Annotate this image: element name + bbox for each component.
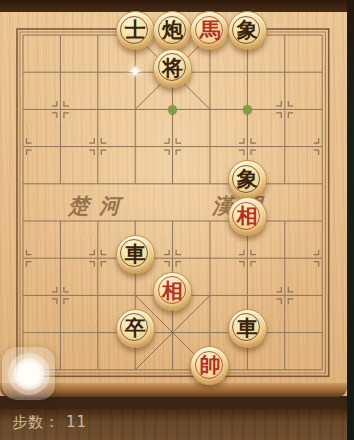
piece-character: 帥 [191,351,228,379]
assistive-touch-circle [13,358,45,390]
piece-black-elephant[interactable]: 象 [228,160,267,199]
piece-character: 将 [154,54,191,82]
piece-character: 炮 [154,16,191,44]
piece-character: 馬 [191,16,228,44]
move-counter-label: 步数： [12,413,60,431]
piece-character: 車 [229,314,266,342]
move-sparkle-icon [124,61,146,83]
piece-character: 車 [117,240,154,268]
piece-character: 象 [229,165,266,193]
piece-black-general[interactable]: 将 [153,49,192,88]
piece-character: 卒 [117,314,154,342]
piece-black-elephant[interactable]: 象 [228,11,267,50]
piece-red-horse[interactable]: 馬 [190,11,229,50]
piece-black-rook[interactable]: 車 [116,235,155,274]
piece-character: 士 [117,16,154,44]
assistive-touch-button[interactable] [2,347,55,400]
piece-character: 象 [229,16,266,44]
piece-black-cannon[interactable]: 炮 [153,11,192,50]
status-bar: 步数：11 [0,409,354,440]
piece-black-rook[interactable]: 車 [228,309,267,348]
piece-black-pawn[interactable]: 卒 [116,309,155,348]
hint-dot [168,105,177,114]
right-background-strip [347,0,354,440]
piece-grid: 士炮馬象将象相車相卒車帥 [4,16,341,388]
piece-character: 相 [154,277,191,305]
piece-red-general[interactable]: 帥 [190,346,229,385]
app-screen: 楚河 漢界 士炮馬象将象相車相卒車帥 步数：11 [0,0,354,440]
move-counter-value: 11 [66,413,87,431]
piece-red-elephant[interactable]: 相 [228,197,267,236]
piece-black-advisor[interactable]: 士 [116,11,155,50]
piece-character: 相 [229,202,266,230]
piece-red-elephant[interactable]: 相 [153,272,192,311]
move-counter: 步数：11 [12,413,87,432]
hint-dot [243,105,252,114]
